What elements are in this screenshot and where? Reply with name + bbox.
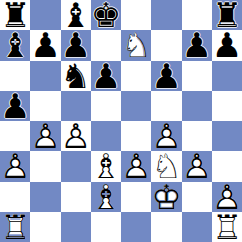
square-h7[interactable]: ♟︎ xyxy=(212,30,242,60)
square-d6[interactable]: ♟︎ xyxy=(91,61,121,91)
square-g6[interactable] xyxy=(182,61,212,91)
square-e5[interactable] xyxy=(121,91,151,121)
square-d5[interactable] xyxy=(91,91,121,121)
square-e2[interactable] xyxy=(121,182,151,212)
square-e1[interactable] xyxy=(121,212,151,242)
square-a7[interactable]: ♝ xyxy=(0,30,30,60)
white-pawn-outline-icon: ♙ xyxy=(182,151,212,181)
square-f2[interactable]: ♚♔ xyxy=(151,182,181,212)
white-pawn-outline-icon: ♙ xyxy=(121,151,151,181)
white-rook-outline-icon: ♖ xyxy=(212,212,242,242)
square-g2[interactable] xyxy=(182,182,212,212)
black-pawn[interactable]: ♟︎ xyxy=(151,61,181,91)
square-e7[interactable]: ♞♘ xyxy=(121,30,151,60)
square-d2[interactable]: ♝♗ xyxy=(91,182,121,212)
white-knight-outline-icon: ♘ xyxy=(121,30,151,60)
square-g5[interactable] xyxy=(182,91,212,121)
square-c3[interactable] xyxy=(61,151,91,181)
square-b2[interactable] xyxy=(30,182,60,212)
square-b1[interactable] xyxy=(30,212,60,242)
square-b7[interactable]: ♟︎ xyxy=(30,30,60,60)
white-pawn-outline-icon: ♙ xyxy=(0,151,30,181)
square-c1[interactable] xyxy=(61,212,91,242)
black-pawn[interactable]: ♟︎ xyxy=(30,30,60,60)
square-e6[interactable] xyxy=(121,61,151,91)
square-c4[interactable]: ♟︎♙ xyxy=(61,121,91,151)
square-c2[interactable] xyxy=(61,182,91,212)
black-pawn[interactable]: ♟︎ xyxy=(91,61,121,91)
square-h1[interactable]: ♜♖ xyxy=(212,212,242,242)
square-g7[interactable]: ♟︎ xyxy=(182,30,212,60)
square-e3[interactable]: ♟︎♙ xyxy=(121,151,151,181)
square-d1[interactable] xyxy=(91,212,121,242)
square-h6[interactable] xyxy=(212,61,242,91)
square-g1[interactable] xyxy=(182,212,212,242)
square-h5[interactable] xyxy=(212,91,242,121)
square-f1[interactable] xyxy=(151,212,181,242)
square-b3[interactable] xyxy=(30,151,60,181)
black-knight[interactable]: ♞ xyxy=(61,61,91,91)
chess-board: ♜♝♚♜♝♟︎♟︎♞♘♟︎♟︎♞♟︎♟︎♟︎♟︎♙♟︎♙♟︎♙♟︎♙♝♗♟︎♙♞… xyxy=(0,0,242,242)
square-a1[interactable]: ♜♖ xyxy=(0,212,30,242)
square-b4[interactable]: ♟︎♙ xyxy=(30,121,60,151)
square-a3[interactable]: ♟︎♙ xyxy=(0,151,30,181)
square-g3[interactable]: ♟︎♙ xyxy=(182,151,212,181)
black-pawn[interactable]: ♟︎ xyxy=(212,30,242,60)
white-rook-outline-icon: ♖ xyxy=(0,212,30,242)
white-pawn-outline-icon: ♙ xyxy=(30,121,60,151)
square-c6[interactable]: ♞ xyxy=(61,61,91,91)
white-bishop-outline-icon: ♗ xyxy=(91,182,121,212)
black-king[interactable]: ♚ xyxy=(91,0,121,30)
black-pawn[interactable]: ♟︎ xyxy=(182,30,212,60)
square-f8[interactable] xyxy=(151,0,181,30)
square-b6[interactable] xyxy=(30,61,60,91)
black-pawn[interactable]: ♟︎ xyxy=(0,91,30,121)
square-d8[interactable]: ♚ xyxy=(91,0,121,30)
square-h4[interactable] xyxy=(212,121,242,151)
square-a5[interactable]: ♟︎ xyxy=(0,91,30,121)
white-pawn-outline-icon: ♙ xyxy=(61,121,91,151)
black-bishop[interactable]: ♝ xyxy=(0,30,30,60)
square-f6[interactable]: ♟︎ xyxy=(151,61,181,91)
white-king-outline-icon: ♔ xyxy=(151,182,181,212)
